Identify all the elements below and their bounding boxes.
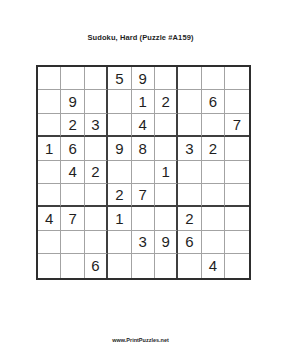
cell-r6c8 xyxy=(202,184,225,207)
cell-r3c7 xyxy=(178,114,201,137)
sudoku-page: Sudoku, Hard (Puzzle #A159) 599126234716… xyxy=(0,0,281,363)
cell-r3c9: 7 xyxy=(225,114,248,137)
cell-r4c7: 3 xyxy=(178,137,201,160)
cell-r4c3 xyxy=(85,137,108,160)
cell-r3c3: 3 xyxy=(85,114,108,137)
cell-r3c8 xyxy=(202,114,225,137)
cell-r6c7 xyxy=(178,184,201,207)
cell-r1c7 xyxy=(178,67,201,90)
cell-r8c2 xyxy=(61,231,84,254)
cell-r7c2: 7 xyxy=(61,207,84,230)
cell-r7c6 xyxy=(155,207,178,230)
cell-r2c1 xyxy=(38,90,61,113)
cell-r5c3: 2 xyxy=(85,161,108,184)
page-title: Sudoku, Hard (Puzzle #A159) xyxy=(0,33,281,42)
cell-r3c6 xyxy=(155,114,178,137)
cell-r9c2 xyxy=(61,254,84,277)
cell-r2c4 xyxy=(108,90,131,113)
cell-r7c8 xyxy=(202,207,225,230)
cell-r7c4: 1 xyxy=(108,207,131,230)
cell-r4c4: 9 xyxy=(108,137,131,160)
cell-r5c6: 1 xyxy=(155,161,178,184)
cell-r9c5 xyxy=(132,254,155,277)
cell-r2c9 xyxy=(225,90,248,113)
cell-r9c1 xyxy=(38,254,61,277)
cell-r2c3 xyxy=(85,90,108,113)
cell-r2c8: 6 xyxy=(202,90,225,113)
cell-r9c3: 6 xyxy=(85,254,108,277)
cell-r5c7 xyxy=(178,161,201,184)
cell-r5c8 xyxy=(202,161,225,184)
cell-r4c8: 2 xyxy=(202,137,225,160)
cell-r4c1: 1 xyxy=(38,137,61,160)
cell-r5c1 xyxy=(38,161,61,184)
cell-r8c4 xyxy=(108,231,131,254)
cell-r1c9 xyxy=(225,67,248,90)
cell-r9c7 xyxy=(178,254,201,277)
cell-r8c8 xyxy=(202,231,225,254)
cell-r5c4 xyxy=(108,161,131,184)
cell-r7c7: 2 xyxy=(178,207,201,230)
cell-r1c1 xyxy=(38,67,61,90)
cell-r8c3 xyxy=(85,231,108,254)
cell-r3c2: 2 xyxy=(61,114,84,137)
cell-r1c5: 9 xyxy=(132,67,155,90)
cell-r1c3 xyxy=(85,67,108,90)
cell-r8c9 xyxy=(225,231,248,254)
cell-r7c3 xyxy=(85,207,108,230)
footer-url: www.PrintPuzzles.net xyxy=(0,337,281,343)
cell-r6c9 xyxy=(225,184,248,207)
cell-r2c6: 2 xyxy=(155,90,178,113)
cell-r8c1 xyxy=(38,231,61,254)
cell-r2c5: 1 xyxy=(132,90,155,113)
cell-r6c5: 7 xyxy=(132,184,155,207)
cell-r5c2: 4 xyxy=(61,161,84,184)
cell-r3c5: 4 xyxy=(132,114,155,137)
cell-r5c9 xyxy=(225,161,248,184)
cell-r8c7: 6 xyxy=(178,231,201,254)
cell-r9c8: 4 xyxy=(202,254,225,277)
cell-r8c6: 9 xyxy=(155,231,178,254)
cell-r4c9 xyxy=(225,137,248,160)
cell-r9c6 xyxy=(155,254,178,277)
cell-r4c6 xyxy=(155,137,178,160)
cell-r7c5 xyxy=(132,207,155,230)
cell-r6c1 xyxy=(38,184,61,207)
cell-r9c9 xyxy=(225,254,248,277)
cell-r2c2: 9 xyxy=(61,90,84,113)
sudoku-board: 599126234716983242127471239664 xyxy=(36,65,251,280)
cell-r5c5 xyxy=(132,161,155,184)
cell-r6c4: 2 xyxy=(108,184,131,207)
cell-r8c5: 3 xyxy=(132,231,155,254)
cell-r2c7 xyxy=(178,90,201,113)
cell-r3c4 xyxy=(108,114,131,137)
cell-r6c2 xyxy=(61,184,84,207)
cell-r1c6 xyxy=(155,67,178,90)
cell-r6c6 xyxy=(155,184,178,207)
cell-r3c1 xyxy=(38,114,61,137)
cell-r1c8 xyxy=(202,67,225,90)
cell-r1c4: 5 xyxy=(108,67,131,90)
cell-r1c2 xyxy=(61,67,84,90)
cell-r7c1: 4 xyxy=(38,207,61,230)
cell-r4c2: 6 xyxy=(61,137,84,160)
cell-r6c3 xyxy=(85,184,108,207)
cell-r7c9 xyxy=(225,207,248,230)
cell-r9c4 xyxy=(108,254,131,277)
cell-r4c5: 8 xyxy=(132,137,155,160)
